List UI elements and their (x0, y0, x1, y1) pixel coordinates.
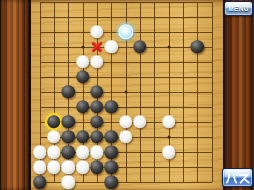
menu-button[interactable]: MENU (224, 1, 253, 16)
black-stone (90, 130, 104, 144)
white-stone (47, 145, 61, 159)
grid-line-horizontal (40, 17, 212, 18)
black-stone (133, 40, 147, 54)
menu-button-label: MENU (228, 5, 248, 12)
black-stone (90, 100, 104, 114)
black-stone (61, 85, 75, 99)
star-point (124, 90, 127, 93)
black-stone (105, 160, 119, 174)
black-stone (105, 175, 119, 189)
last-move-stone (118, 24, 134, 40)
highlighted-black-stone (47, 115, 61, 129)
black-stone (61, 115, 75, 129)
white-stone (133, 115, 147, 129)
black-stone (191, 40, 205, 54)
black-stone (90, 160, 104, 174)
grid-line-horizontal (40, 107, 212, 108)
black-stone (61, 145, 75, 159)
grid-line-horizontal (40, 77, 212, 78)
white-stone (33, 145, 47, 159)
white-stone (61, 175, 75, 189)
white-stone (76, 145, 90, 159)
white-stone (76, 160, 90, 174)
black-stone (105, 130, 119, 144)
white-stone (76, 55, 90, 69)
white-stone (162, 145, 176, 159)
white-stone (47, 130, 61, 144)
wood-frame-left (0, 0, 31, 190)
grid-line-horizontal (40, 47, 212, 48)
white-stone (47, 160, 61, 174)
grid-line-vertical (212, 2, 213, 183)
black-stone (90, 115, 104, 129)
black-stone (76, 130, 90, 144)
white-stone (105, 40, 119, 54)
star-point (81, 45, 84, 48)
star-point (167, 135, 170, 138)
black-stone (105, 100, 119, 114)
black-stone (61, 130, 75, 144)
pass-button[interactable] (222, 168, 253, 187)
illegal-move-x-marker (90, 40, 103, 53)
grid-line-horizontal (40, 2, 212, 3)
black-stone (33, 175, 47, 189)
wood-frame-right (223, 0, 254, 190)
game-screen: MENU (0, 0, 254, 190)
white-stone (61, 160, 75, 174)
white-stone (90, 25, 104, 39)
grid-line-horizontal (40, 62, 212, 63)
star-point (167, 45, 170, 48)
white-stone (90, 55, 104, 69)
white-stone (90, 145, 104, 159)
black-stone (90, 85, 104, 99)
go-board[interactable] (29, 0, 225, 190)
white-stone (119, 130, 133, 144)
white-stone (33, 160, 47, 174)
black-stone (76, 70, 90, 84)
pass-button-label (226, 172, 250, 184)
black-stone (105, 145, 119, 159)
white-stone (162, 115, 176, 129)
white-stone (119, 115, 133, 129)
black-stone (76, 100, 90, 114)
